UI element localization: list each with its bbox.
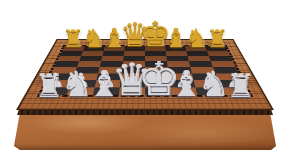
square-c2 xyxy=(95,80,121,87)
square-b1 xyxy=(67,87,95,95)
square-b2 xyxy=(69,80,96,87)
square-f3 xyxy=(168,73,193,80)
square-g2 xyxy=(194,80,221,87)
leather-case-front-face xyxy=(13,112,277,150)
square-b3 xyxy=(72,73,98,80)
square-g1 xyxy=(195,87,223,95)
square-c3 xyxy=(96,73,121,80)
square-d2 xyxy=(120,80,145,87)
chess-board xyxy=(16,39,274,110)
board-squares xyxy=(37,45,253,97)
square-d3 xyxy=(121,73,145,80)
square-a2 xyxy=(44,80,72,87)
square-h2 xyxy=(218,80,246,87)
square-a1 xyxy=(40,87,69,95)
square-f2 xyxy=(169,80,195,87)
square-e3 xyxy=(145,73,169,80)
square-a3 xyxy=(48,73,75,80)
square-g3 xyxy=(192,73,218,80)
square-h3 xyxy=(215,73,242,80)
square-h1 xyxy=(221,87,250,95)
square-e1 xyxy=(145,87,171,95)
square-c1 xyxy=(93,87,120,95)
square-f1 xyxy=(170,87,197,95)
chess-set-product-photo: ♟♟♟♟♟♟♟♟♜♞♝♛♚♝♞♜♟♟♟♟♟♟♟♟♜♞♝♛♚♝♞♜ xyxy=(0,0,290,154)
square-e2 xyxy=(145,80,170,87)
square-d1 xyxy=(119,87,145,95)
